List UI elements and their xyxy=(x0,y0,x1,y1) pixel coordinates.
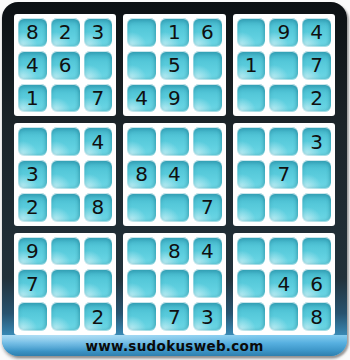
cell-r7c1[interactable]: 9 xyxy=(18,237,47,266)
cell-r1c1[interactable]: 8 xyxy=(18,18,47,47)
cell-r9c6[interactable]: 3 xyxy=(193,302,222,331)
cell-r5c1[interactable]: 3 xyxy=(18,160,47,189)
box-r1c1: 8234617 xyxy=(14,14,116,116)
cell-r7c5[interactable]: 8 xyxy=(160,237,189,266)
cell-r2c5[interactable]: 5 xyxy=(160,51,189,80)
cell-r1c2[interactable]: 2 xyxy=(51,18,80,47)
cell-r1c5[interactable]: 1 xyxy=(160,18,189,47)
cell-r1c7[interactable] xyxy=(237,18,266,47)
cell-r3c3[interactable]: 7 xyxy=(84,84,113,113)
cell-r2c9[interactable]: 7 xyxy=(302,51,331,80)
cell-r1c3[interactable]: 3 xyxy=(84,18,113,47)
cell-r4c7[interactable] xyxy=(237,127,266,156)
cell-r2c7[interactable]: 1 xyxy=(237,51,266,80)
cell-r7c2[interactable] xyxy=(51,237,80,266)
cell-r5c3[interactable] xyxy=(84,160,113,189)
cell-r5c6[interactable] xyxy=(193,160,222,189)
cell-r4c9[interactable]: 3 xyxy=(302,127,331,156)
cell-r8c6[interactable] xyxy=(193,269,222,298)
cell-r9c1[interactable] xyxy=(18,302,47,331)
cell-r1c8[interactable]: 9 xyxy=(269,18,298,47)
footer-bar: www.sudokusweb.com xyxy=(2,335,347,356)
cell-r7c3[interactable] xyxy=(84,237,113,266)
cell-r4c6[interactable] xyxy=(193,127,222,156)
cell-r2c3[interactable] xyxy=(84,51,113,80)
cell-r5c5[interactable]: 4 xyxy=(160,160,189,189)
box-r3c1: 972 xyxy=(14,233,116,335)
cell-r4c1[interactable] xyxy=(18,127,47,156)
page-background: 8234617 16549 94172 4328 847 37 972 8473… xyxy=(0,0,350,360)
cell-r6c5[interactable] xyxy=(160,193,189,222)
cell-r3c1[interactable]: 1 xyxy=(18,84,47,113)
website-url: www.sudokusweb.com xyxy=(85,338,263,354)
cell-r8c5[interactable] xyxy=(160,269,189,298)
board-grid: 8234617 16549 94172 4328 847 37 972 8473… xyxy=(2,2,347,335)
cell-r7c8[interactable] xyxy=(269,237,298,266)
box-r3c3: 468 xyxy=(233,233,335,335)
cell-r6c7[interactable] xyxy=(237,193,266,222)
cell-r9c9[interactable]: 8 xyxy=(302,302,331,331)
cell-r5c2[interactable] xyxy=(51,160,80,189)
cell-r8c2[interactable] xyxy=(51,269,80,298)
cell-r6c1[interactable]: 2 xyxy=(18,193,47,222)
cell-r6c6[interactable]: 7 xyxy=(193,193,222,222)
cell-r4c4[interactable] xyxy=(127,127,156,156)
cell-r5c8[interactable]: 7 xyxy=(269,160,298,189)
cell-r9c2[interactable] xyxy=(51,302,80,331)
cell-r2c6[interactable] xyxy=(193,51,222,80)
cell-r3c5[interactable]: 9 xyxy=(160,84,189,113)
cell-r4c3[interactable]: 4 xyxy=(84,127,113,156)
cell-r2c4[interactable] xyxy=(127,51,156,80)
cell-r3c2[interactable] xyxy=(51,84,80,113)
cell-r9c8[interactable] xyxy=(269,302,298,331)
cell-r2c1[interactable]: 4 xyxy=(18,51,47,80)
cell-r8c1[interactable]: 7 xyxy=(18,269,47,298)
box-r1c3: 94172 xyxy=(233,14,335,116)
cell-r6c2[interactable] xyxy=(51,193,80,222)
cell-r7c7[interactable] xyxy=(237,237,266,266)
box-r2c3: 37 xyxy=(233,123,335,225)
box-r3c2: 8473 xyxy=(123,233,225,335)
cell-r3c7[interactable] xyxy=(237,84,266,113)
cell-r8c7[interactable] xyxy=(237,269,266,298)
cell-r1c4[interactable] xyxy=(127,18,156,47)
cell-r5c7[interactable] xyxy=(237,160,266,189)
cell-r3c9[interactable]: 2 xyxy=(302,84,331,113)
cell-r8c4[interactable] xyxy=(127,269,156,298)
cell-r8c9[interactable]: 6 xyxy=(302,269,331,298)
cell-r7c4[interactable] xyxy=(127,237,156,266)
cell-r8c8[interactable]: 4 xyxy=(269,269,298,298)
cell-r9c7[interactable] xyxy=(237,302,266,331)
sudoku-board: 8234617 16549 94172 4328 847 37 972 8473… xyxy=(2,2,347,356)
cell-r3c8[interactable] xyxy=(269,84,298,113)
box-r2c1: 4328 xyxy=(14,123,116,225)
cell-r6c3[interactable]: 8 xyxy=(84,193,113,222)
cell-r5c9[interactable] xyxy=(302,160,331,189)
cell-r1c9[interactable]: 4 xyxy=(302,18,331,47)
cell-r3c4[interactable]: 4 xyxy=(127,84,156,113)
cell-r7c6[interactable]: 4 xyxy=(193,237,222,266)
cell-r6c8[interactable] xyxy=(269,193,298,222)
cell-r9c3[interactable]: 2 xyxy=(84,302,113,331)
cell-r7c9[interactable] xyxy=(302,237,331,266)
cell-r5c4[interactable]: 8 xyxy=(127,160,156,189)
cell-r1c6[interactable]: 6 xyxy=(193,18,222,47)
cell-r2c8[interactable] xyxy=(269,51,298,80)
cell-r4c8[interactable] xyxy=(269,127,298,156)
cell-r6c9[interactable] xyxy=(302,193,331,222)
box-r2c2: 847 xyxy=(123,123,225,225)
cell-r6c4[interactable] xyxy=(127,193,156,222)
cell-r8c3[interactable] xyxy=(84,269,113,298)
cell-r3c6[interactable] xyxy=(193,84,222,113)
cell-r4c2[interactable] xyxy=(51,127,80,156)
cell-r4c5[interactable] xyxy=(160,127,189,156)
cell-r9c5[interactable]: 7 xyxy=(160,302,189,331)
cell-r9c4[interactable] xyxy=(127,302,156,331)
box-r1c2: 16549 xyxy=(123,14,225,116)
cell-r2c2[interactable]: 6 xyxy=(51,51,80,80)
